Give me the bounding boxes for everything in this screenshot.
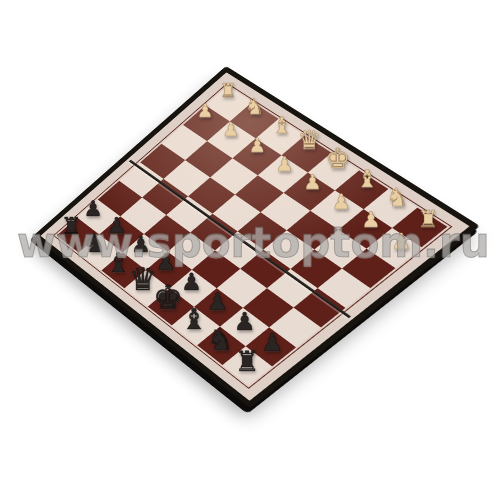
product-photo: ♜♞♝♛♚♝♞♜♟♟♟♟♟♟♟♟♜♞♝♛♚♝♞♜♟♟♟♟♟♟♟♟ www.spo… xyxy=(0,0,500,500)
watermark-text: www.sportoptom.ru xyxy=(17,218,490,267)
